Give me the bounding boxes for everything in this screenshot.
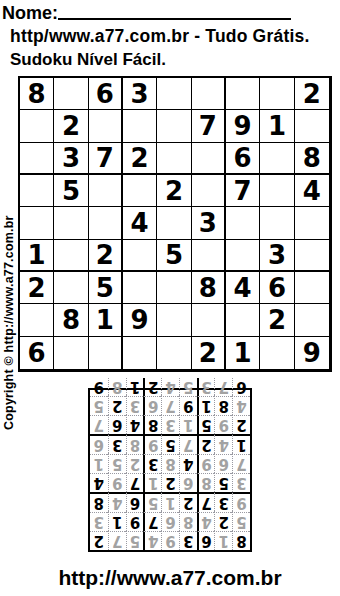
solution-cell-r1c7: 5	[126, 531, 144, 550]
sudoku-cell-r8c6	[192, 304, 226, 336]
sudoku-cell-r8c2: 8	[54, 304, 88, 336]
solution-cell-r2c7: 9	[126, 512, 144, 531]
solution-cell-r4c5: 2	[161, 473, 179, 492]
solution-cell-r4c1: 3	[232, 473, 250, 492]
sudoku-cell-r7c9	[295, 272, 329, 304]
solution-cell-r7c3: 5	[197, 415, 215, 434]
solution-cell-r9c5: 4	[161, 378, 179, 396]
sudoku-cell-r6c1: 1	[20, 240, 54, 272]
copyright-sidebar: Copyright © http://www.a77.com.br	[2, 156, 17, 430]
sudoku-cell-r2c2: 2	[54, 110, 88, 142]
solution-cell-r8c5: 7	[161, 396, 179, 415]
sudoku-cell-r5c8	[260, 207, 294, 239]
solution-cell-r2c3: 4	[197, 512, 215, 531]
solution-cell-r7c8: 6	[108, 415, 126, 434]
sudoku-cell-r6c9	[295, 240, 329, 272]
sudoku-cell-r5c9	[295, 207, 329, 239]
solution-cell-r1c5: 9	[161, 531, 179, 550]
solution-cell-r3c5: 1	[161, 492, 179, 512]
solution-cell-r7c9: 7	[90, 415, 108, 434]
sudoku-cell-r9c9: 9	[295, 337, 329, 369]
sudoku-cell-r8c3: 1	[89, 304, 123, 336]
sudoku-cell-r3c1	[20, 143, 54, 175]
sudoku-cell-r5c5	[157, 207, 191, 239]
sudoku-cell-r2c5	[157, 110, 191, 142]
solution-cell-r8c1: 4	[232, 396, 250, 415]
sudoku-cell-r4c5: 2	[157, 175, 191, 207]
solution-cell-r8c2: 8	[214, 396, 232, 415]
sudoku-cell-r8c5	[157, 304, 191, 336]
solution-cell-r8c3: 1	[197, 396, 215, 415]
solution-cell-r1c1: 8	[232, 531, 250, 550]
solution-cell-r1c3: 6	[197, 531, 215, 550]
solution-cell-r1c2: 1	[214, 531, 232, 550]
sudoku-cell-r6c2	[54, 240, 88, 272]
solution-cell-r8c7: 3	[126, 396, 144, 415]
solution-cell-r3c9: 8	[90, 492, 108, 512]
solution-cell-r4c4: 6	[179, 473, 197, 492]
sudoku-cell-r6c7	[226, 240, 260, 272]
sudoku-cell-r2c7: 9	[226, 110, 260, 142]
sudoku-solution-grid: 8163945725248679139372156483586217947694…	[88, 388, 252, 552]
sudoku-cell-r3c5	[157, 143, 191, 175]
solution-cell-r2c8: 1	[108, 512, 126, 531]
sudoku-cell-r7c2	[54, 272, 88, 304]
sudoku-cell-r9c2	[54, 337, 88, 369]
solution-cell-r7c5: 3	[161, 415, 179, 434]
solution-cell-r7c7: 4	[126, 415, 144, 434]
solution-cell-r6c7: 8	[126, 434, 144, 454]
sudoku-cell-r4c8	[260, 175, 294, 207]
sudoku-cell-r7c5	[157, 272, 191, 304]
solution-cell-r3c4: 2	[179, 492, 197, 512]
sudoku-grid: 863227913726852744312532584681926219	[18, 76, 332, 372]
solution-cell-r9c4: 5	[179, 378, 197, 396]
sudoku-cell-r9c3	[89, 337, 123, 369]
sudoku-cell-r8c8: 2	[260, 304, 294, 336]
sudoku-cell-r6c8: 3	[260, 240, 294, 272]
solution-cell-r6c4: 7	[179, 434, 197, 454]
solution-cell-r3c2: 3	[214, 492, 232, 512]
name-label: Nome:	[2, 3, 58, 23]
sudoku-cell-r3c7: 6	[226, 143, 260, 175]
sudoku-cell-r3c9: 8	[295, 143, 329, 175]
solution-cell-r4c7: 7	[126, 473, 144, 492]
sudoku-cell-r7c7: 4	[226, 272, 260, 304]
solution-cell-r6c2: 4	[214, 434, 232, 454]
solution-cell-r6c3: 2	[197, 434, 215, 454]
sudoku-cell-r3c3: 7	[89, 143, 123, 175]
sudoku-cell-r5c1	[20, 207, 54, 239]
sudoku-cell-r1c1: 8	[20, 78, 54, 110]
sudoku-cell-r4c7: 7	[226, 175, 260, 207]
sudoku-cell-r1c9: 2	[295, 78, 329, 110]
solution-cell-r6c1: 1	[232, 434, 250, 454]
solution-cell-r2c4: 8	[179, 512, 197, 531]
sudoku-cell-r7c6: 8	[192, 272, 226, 304]
sudoku-cell-r5c6: 3	[192, 207, 226, 239]
solution-cell-r8c4: 9	[179, 396, 197, 415]
site-header: http/www.a77.com.br - Tudo Grátis.	[10, 26, 309, 47]
sudoku-cell-r4c1	[20, 175, 54, 207]
sudoku-cell-r3c8	[260, 143, 294, 175]
sudoku-cell-r6c4	[123, 240, 157, 272]
solution-cell-r2c1: 5	[232, 512, 250, 531]
solution-cell-r2c2: 2	[214, 512, 232, 531]
solution-cell-r3c8: 4	[108, 492, 126, 512]
sudoku-cell-r1c4: 3	[123, 78, 157, 110]
solution-cell-r5c2: 6	[214, 454, 232, 473]
solution-cell-r7c1: 2	[232, 415, 250, 434]
solution-cell-r3c3: 7	[197, 492, 215, 512]
sudoku-cell-r9c8	[260, 337, 294, 369]
sudoku-cell-r3c2: 3	[54, 143, 88, 175]
solution-cell-r5c4: 4	[179, 454, 197, 473]
solution-cell-r9c8: 8	[108, 378, 126, 396]
sudoku-cell-r6c3: 2	[89, 240, 123, 272]
solution-cell-r2c9: 3	[90, 512, 108, 531]
sudoku-cell-r1c3: 6	[89, 78, 123, 110]
sudoku-cell-r8c4: 9	[123, 304, 157, 336]
solution-cell-r7c4: 1	[179, 415, 197, 434]
solution-cell-r6c5: 5	[161, 434, 179, 454]
sudoku-cell-r4c2: 5	[54, 175, 88, 207]
name-fill-line	[58, 1, 291, 20]
solution-cell-r8c8: 2	[108, 396, 126, 415]
solution-cell-r1c6: 4	[143, 531, 161, 550]
sudoku-cell-r4c4	[123, 175, 157, 207]
sudoku-cell-r7c3: 5	[89, 272, 123, 304]
solution-cell-r9c9: 9	[90, 378, 108, 396]
solution-cell-r5c3: 9	[197, 454, 215, 473]
name-row: Nome:	[2, 1, 291, 24]
sudoku-cell-r4c6	[192, 175, 226, 207]
solution-cell-r6c8: 3	[108, 434, 126, 454]
solution-cell-r6c9: 6	[90, 434, 108, 454]
solution-cell-r4c8: 9	[108, 473, 126, 492]
solution-cell-r4c9: 4	[90, 473, 108, 492]
solution-cell-r8c9: 5	[90, 396, 108, 415]
solution-cell-r5c6: 3	[143, 454, 161, 473]
solution-cell-r5c5: 8	[161, 454, 179, 473]
solution-cell-r4c6: 1	[143, 473, 161, 492]
sudoku-cell-r5c4: 4	[123, 207, 157, 239]
sudoku-cell-r8c9	[295, 304, 329, 336]
solution-cell-r5c1: 7	[232, 454, 250, 473]
sudoku-cell-r2c1	[20, 110, 54, 142]
solution-cell-r9c7: 1	[126, 378, 144, 396]
puzzle-level-title: Sudoku Nível Fácil.	[10, 50, 166, 70]
sudoku-cell-r1c5	[157, 78, 191, 110]
footer-url: http://www.a77.com.br	[0, 566, 340, 590]
solution-cell-r3c7: 6	[126, 492, 144, 512]
sudoku-cell-r2c4	[123, 110, 157, 142]
solution-cell-r6c6: 9	[143, 434, 161, 454]
sudoku-cell-r9c7: 1	[226, 337, 260, 369]
solution-cell-r9c2: 7	[214, 378, 232, 396]
sudoku-cell-r2c3	[89, 110, 123, 142]
solution-cell-r1c9: 2	[90, 531, 108, 550]
sudoku-cell-r9c6: 2	[192, 337, 226, 369]
solution-cell-r4c3: 8	[197, 473, 215, 492]
sudoku-cell-r3c6	[192, 143, 226, 175]
sudoku-cell-r7c4	[123, 272, 157, 304]
solution-cell-r5c7: 2	[126, 454, 144, 473]
sudoku-cell-r2c6: 7	[192, 110, 226, 142]
sudoku-cell-r5c3	[89, 207, 123, 239]
solution-cell-r7c6: 8	[143, 415, 161, 434]
sudoku-cell-r5c7	[226, 207, 260, 239]
sudoku-cell-r9c5	[157, 337, 191, 369]
sudoku-cell-r1c8	[260, 78, 294, 110]
sudoku-cell-r9c1: 6	[20, 337, 54, 369]
solution-cell-r9c6: 2	[143, 378, 161, 396]
sudoku-cell-r7c1: 2	[20, 272, 54, 304]
solution-cell-r7c2: 9	[214, 415, 232, 434]
sudoku-cell-r7c8: 6	[260, 272, 294, 304]
sudoku-cell-r3c4: 2	[123, 143, 157, 175]
sudoku-cell-r6c6	[192, 240, 226, 272]
solution-cell-r4c2: 5	[214, 473, 232, 492]
sudoku-cell-r8c7	[226, 304, 260, 336]
solution-cell-r8c6: 6	[143, 396, 161, 415]
solution-cell-r2c5: 6	[161, 512, 179, 531]
solution-cell-r5c9: 1	[90, 454, 108, 473]
solution-cell-r3c1: 9	[232, 492, 250, 512]
sudoku-cell-r2c9	[295, 110, 329, 142]
solution-cell-r2c6: 7	[143, 512, 161, 531]
sudoku-cell-r6c5: 5	[157, 240, 191, 272]
solution-cell-r3c6: 5	[143, 492, 161, 512]
sudoku-cell-r1c6	[192, 78, 226, 110]
sudoku-cell-r8c1	[20, 304, 54, 336]
sudoku-cell-r2c8: 1	[260, 110, 294, 142]
solution-cell-r1c4: 3	[179, 531, 197, 550]
sudoku-cell-r5c2	[54, 207, 88, 239]
sudoku-cell-r4c9: 4	[295, 175, 329, 207]
sudoku-cell-r1c2	[54, 78, 88, 110]
solution-cell-r5c8: 5	[108, 454, 126, 473]
solution-cell-r9c1: 6	[232, 378, 250, 396]
solution-cell-r1c8: 7	[108, 531, 126, 550]
solution-cell-r9c3: 3	[197, 378, 215, 396]
sudoku-cell-r4c3	[89, 175, 123, 207]
sudoku-cell-r9c4	[123, 337, 157, 369]
sudoku-cell-r1c7	[226, 78, 260, 110]
